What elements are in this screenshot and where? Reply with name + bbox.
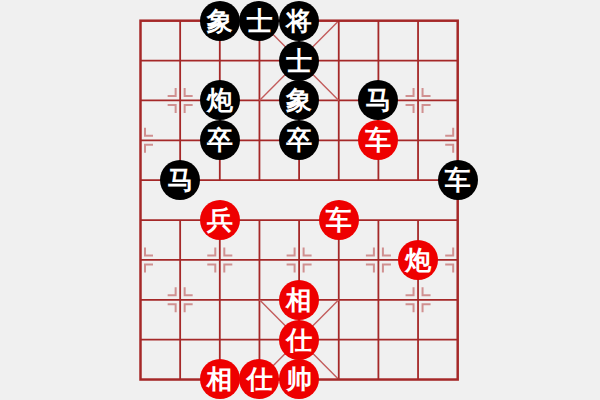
piece-black-elephant[interactable]: 象: [279, 80, 319, 120]
piece-red-advisor[interactable]: 仕: [239, 359, 279, 399]
piece-black-advisor[interactable]: 士: [279, 41, 319, 81]
piece-black-elephant[interactable]: 象: [200, 1, 240, 41]
piece-black-pawn[interactable]: 卒: [279, 120, 319, 160]
piece-black-general[interactable]: 将: [279, 1, 319, 41]
piece-red-advisor[interactable]: 仕: [279, 320, 319, 360]
piece-black-cannon[interactable]: 炮: [200, 80, 240, 120]
piece-red-chariot[interactable]: 车: [358, 120, 398, 160]
piece-red-chariot[interactable]: 车: [319, 200, 359, 240]
piece-red-general[interactable]: 帅: [279, 359, 319, 399]
piece-black-pawn[interactable]: 卒: [200, 120, 240, 160]
piece-black-horse[interactable]: 马: [160, 160, 200, 200]
xiangqi-position-screenshot: 象士将士炮象马卒卒车马车兵车炮相仕相仕帅: [0, 0, 600, 400]
piece-red-pawn[interactable]: 兵: [200, 200, 240, 240]
piece-red-cannon[interactable]: 炮: [398, 240, 438, 280]
pieces-layer: 象士将士炮象马卒卒车马车兵车炮相仕相仕帅: [121, 1, 478, 400]
piece-red-elephant[interactable]: 相: [200, 359, 240, 399]
piece-black-advisor[interactable]: 士: [239, 1, 279, 41]
piece-black-chariot[interactable]: 车: [438, 160, 478, 200]
piece-red-elephant[interactable]: 相: [279, 280, 319, 320]
piece-black-horse[interactable]: 马: [358, 80, 398, 120]
